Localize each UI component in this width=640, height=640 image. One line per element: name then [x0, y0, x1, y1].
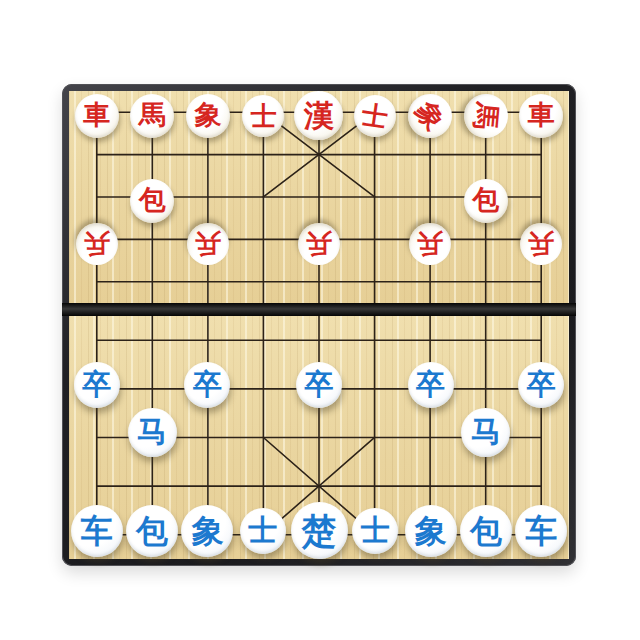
piece-blue-soldier[interactable]: 卒: [184, 362, 230, 408]
piece-red-horse[interactable]: 馬: [462, 92, 510, 140]
piece-blue-king-chu[interactable]: 楚: [291, 502, 348, 559]
board-point: 包: [458, 502, 513, 559]
piece-blue-horse[interactable]: 马: [128, 408, 177, 457]
board-point: 兵: [69, 223, 125, 265]
piece-red-soldier[interactable]: 兵: [187, 223, 229, 265]
board-point: [236, 140, 292, 179]
board-point: [69, 179, 125, 223]
board-point: 马: [124, 408, 179, 457]
board-point: [291, 457, 348, 503]
piece-red-cannon[interactable]: 包: [464, 179, 508, 223]
board-point: 包: [125, 179, 181, 223]
board-point: 兵: [402, 223, 458, 265]
board-point: [69, 140, 125, 179]
board-point: [69, 316, 124, 362]
board-bottom-half: 卒卒卒卒卒马马车包象士楚士象包车: [69, 316, 569, 559]
board-points-bottom: 卒卒卒卒卒马马车包象士楚士象包车: [69, 316, 569, 559]
board-point: [458, 223, 514, 265]
piece-blue-soldier[interactable]: 卒: [518, 362, 564, 408]
piece-blue-soldier[interactable]: 卒: [296, 362, 342, 408]
board-point: [348, 362, 403, 408]
board-point: [180, 265, 236, 304]
board-point: [180, 316, 235, 362]
piece-red-elephant[interactable]: 象: [399, 85, 460, 146]
piece-blue-elephant[interactable]: 象: [405, 505, 457, 557]
board-point: [514, 457, 569, 503]
board-point: [291, 408, 348, 457]
piece-red-advisor[interactable]: 士: [242, 95, 284, 137]
board-point: [291, 140, 347, 179]
board-point: [402, 140, 458, 179]
board-point: 卒: [291, 362, 348, 408]
board-point: [180, 140, 236, 179]
board-point: [236, 223, 292, 265]
board-point: [236, 179, 292, 223]
board-point: 车: [514, 502, 569, 559]
piece-blue-cannon[interactable]: 包: [460, 505, 512, 557]
board-point: [403, 457, 458, 503]
board-point: [291, 179, 347, 223]
board-point: 包: [458, 179, 514, 223]
board-point: 士: [347, 91, 403, 140]
board-point: [291, 316, 348, 362]
product-photo-canvas: 車馬象士漢士象馬車包包兵兵兵兵兵: [0, 0, 640, 640]
board-point: 卒: [403, 362, 458, 408]
piece-red-soldier[interactable]: 兵: [298, 223, 340, 265]
piece-red-chariot[interactable]: 車: [519, 94, 563, 138]
board-point: [235, 457, 290, 503]
board-point: [402, 265, 458, 304]
board-point: [403, 408, 458, 457]
board-point: [348, 316, 403, 362]
board-point: [347, 140, 403, 179]
board-point: [458, 265, 514, 304]
board-point: [513, 265, 569, 304]
board-point: 象: [180, 91, 236, 140]
board-point: [124, 362, 179, 408]
piece-red-soldier[interactable]: 兵: [520, 223, 562, 265]
board-point: 馬: [458, 91, 514, 140]
board-point: [348, 457, 403, 503]
board-point: 车: [69, 502, 124, 559]
board-top-half: 車馬象士漢士象馬車包包兵兵兵兵兵: [69, 91, 569, 303]
piece-red-cannon[interactable]: 包: [130, 179, 174, 223]
board-point: 卒: [180, 362, 235, 408]
board-point: [458, 316, 513, 362]
board-point: [291, 265, 347, 304]
board-point: [124, 316, 179, 362]
board-point: [458, 457, 513, 503]
board-point: 楚: [291, 502, 348, 559]
board-point: [124, 457, 179, 503]
board-point: 士: [348, 502, 403, 559]
piece-red-soldier[interactable]: 兵: [409, 223, 451, 265]
piece-blue-advisor[interactable]: 士: [240, 508, 286, 554]
board-point: 兵: [291, 223, 347, 265]
board-point: 象: [403, 502, 458, 559]
piece-blue-advisor[interactable]: 士: [352, 508, 398, 554]
piece-red-king-han[interactable]: 漢: [294, 91, 343, 140]
board-point: [235, 362, 290, 408]
piece-red-advisor[interactable]: 士: [351, 92, 398, 139]
board-point: 兵: [180, 223, 236, 265]
board-point: [514, 316, 569, 362]
board-point: [458, 362, 513, 408]
piece-blue-chariot[interactable]: 车: [71, 505, 123, 557]
board-point: 馬: [125, 91, 181, 140]
board-point: [347, 223, 403, 265]
piece-red-soldier[interactable]: 兵: [76, 223, 118, 265]
board-point: 象: [180, 502, 235, 559]
board-point: [347, 179, 403, 223]
board-point: 車: [69, 91, 125, 140]
board-point: [125, 223, 181, 265]
board-point: [402, 179, 458, 223]
piece-red-horse[interactable]: 馬: [130, 94, 174, 138]
board-point: [180, 457, 235, 503]
piece-red-chariot[interactable]: 車: [75, 94, 119, 138]
board-point: [403, 316, 458, 362]
board-point: [125, 140, 181, 179]
board-point: [235, 316, 290, 362]
piece-blue-elephant[interactable]: 象: [181, 505, 233, 557]
board-point: 漢: [291, 91, 347, 140]
board-points-top: 車馬象士漢士象馬車包包兵兵兵兵兵: [69, 91, 569, 303]
board-point: [69, 265, 125, 304]
board-point: [180, 408, 235, 457]
board-point: [513, 179, 569, 223]
piece-blue-soldier[interactable]: 卒: [408, 362, 454, 408]
board-point: 士: [236, 91, 292, 140]
board-point: 象: [402, 91, 458, 140]
board-point: 卒: [69, 362, 124, 408]
board-point: 卒: [514, 362, 569, 408]
fold-hinge: [62, 303, 576, 316]
board-point: [69, 408, 124, 457]
board-point: [514, 408, 569, 457]
board-point: 包: [124, 502, 179, 559]
board-point: [236, 265, 292, 304]
board-point: [235, 408, 290, 457]
board-point: [348, 408, 403, 457]
xiangqi-board: 車馬象士漢士象馬車包包兵兵兵兵兵: [62, 84, 576, 566]
board-point: [458, 140, 514, 179]
board-point: 士: [235, 502, 290, 559]
piece-red-elephant[interactable]: 象: [186, 94, 230, 138]
board-point: 兵: [513, 223, 569, 265]
piece-blue-chariot[interactable]: 车: [515, 505, 567, 557]
board-point: 車: [513, 91, 569, 140]
board-point: [125, 265, 181, 304]
board-point: [513, 140, 569, 179]
board-point: [69, 457, 124, 503]
piece-blue-cannon[interactable]: 包: [126, 505, 178, 557]
board-point: [347, 265, 403, 304]
board-point: 马: [458, 408, 513, 457]
board-point: [180, 179, 236, 223]
piece-blue-horse[interactable]: 马: [461, 408, 510, 457]
piece-blue-soldier[interactable]: 卒: [74, 362, 120, 408]
